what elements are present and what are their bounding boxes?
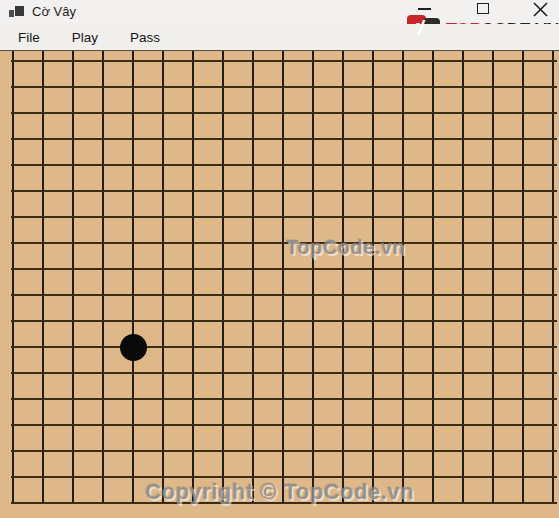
grid-vertical-line	[192, 51, 194, 503]
grid-horizontal-line	[11, 476, 557, 478]
watermark-center: TopCode.vn	[286, 236, 405, 259]
grid-horizontal-line	[11, 372, 557, 374]
grid-horizontal-line	[11, 164, 557, 166]
grid-vertical-line	[72, 51, 74, 503]
app-icon	[9, 5, 25, 19]
grid-vertical-line	[102, 51, 104, 503]
grid-horizontal-line	[11, 242, 557, 244]
menubar: File Play Pass	[0, 24, 559, 50]
grid-horizontal-line	[11, 60, 557, 62]
slash-icon: /	[418, 17, 424, 40]
grid-vertical-line	[462, 51, 464, 503]
app-window: Cờ Vây { } / TOPCODE.VN File Play Pass	[0, 0, 559, 518]
grid-vertical-line	[492, 51, 494, 503]
grid-vertical-line	[252, 51, 254, 503]
grid-horizontal-line	[11, 398, 557, 400]
grid-vertical-line	[162, 51, 164, 503]
menu-pass[interactable]: Pass	[126, 28, 164, 47]
grid-horizontal-line	[11, 294, 557, 296]
grid-vertical-line	[42, 51, 44, 503]
menu-file[interactable]: File	[14, 28, 44, 47]
maximize-icon	[477, 3, 489, 14]
grid-horizontal-line	[11, 320, 557, 322]
grid-horizontal-line	[11, 216, 557, 218]
black-stone	[120, 334, 147, 361]
minimize-icon	[418, 8, 431, 10]
grid-horizontal-line	[11, 450, 557, 452]
grid-horizontal-line	[11, 502, 557, 504]
grid-horizontal-line	[11, 346, 557, 348]
app-icon-square-big	[15, 6, 24, 16]
grid-horizontal-line	[11, 112, 557, 114]
grid-horizontal-line	[11, 138, 557, 140]
go-board[interactable]: TopCode.vn Copyright © TopCode.vn	[0, 50, 559, 518]
grid-vertical-line	[402, 51, 404, 503]
grid-horizontal-line	[11, 424, 557, 426]
grid-vertical-line	[282, 51, 284, 503]
grid-vertical-line	[12, 51, 14, 503]
grid-vertical-line	[522, 51, 524, 503]
grid-vertical-line	[312, 51, 314, 503]
window-title: Cờ Vây	[32, 4, 76, 19]
app-icon-square-small	[9, 10, 14, 17]
grid-vertical-line	[552, 51, 554, 503]
menu-play[interactable]: Play	[68, 28, 102, 47]
grid-vertical-line	[342, 51, 344, 503]
grid-horizontal-line	[11, 268, 557, 270]
grid-vertical-line	[432, 51, 434, 503]
grid-vertical-line	[132, 51, 134, 503]
grid-vertical-line	[222, 51, 224, 503]
grid-horizontal-line	[11, 190, 557, 192]
grid-horizontal-line	[11, 86, 557, 88]
grid-vertical-line	[372, 51, 374, 503]
